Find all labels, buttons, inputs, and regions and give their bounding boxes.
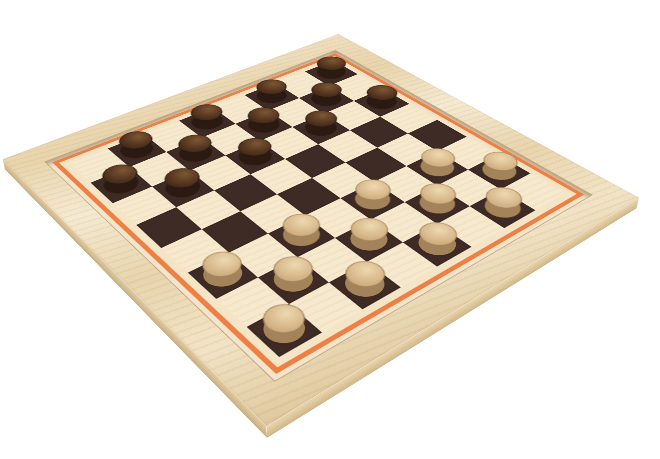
photo-stage — [0, 0, 660, 459]
checkers-board — [3, 34, 639, 426]
